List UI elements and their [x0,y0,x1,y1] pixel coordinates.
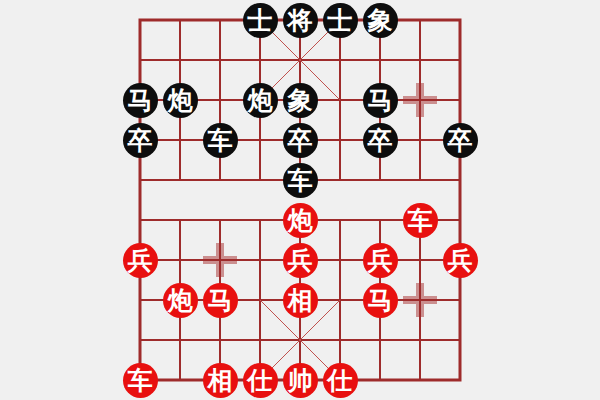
board-point-3-6[interactable] [240,240,280,280]
board-point-0-9[interactable]: 车 [120,360,160,400]
board-point-3-9[interactable]: 仕 [240,360,280,400]
piece-red-elephant[interactable]: 相 [283,283,318,318]
board-point-7-9[interactable] [400,360,440,400]
xiangqi-board: 士将士象马炮炮象马卒车卒卒卒车炮车兵兵兵兵炮马相马车相仕帅仕 [0,0,600,400]
piece-black-cannon[interactable]: 炮 [243,83,278,118]
piece-black-chariot[interactable]: 车 [203,123,238,158]
board-point-7-5[interactable]: 车 [400,200,440,240]
piece-red-cannon[interactable]: 炮 [163,283,198,318]
point-marker [200,240,240,280]
board-point-6-7[interactable]: 马 [360,280,400,320]
board-point-2-6[interactable] [200,240,240,280]
board-point-4-2[interactable]: 象 [280,80,320,120]
piece-red-soldier[interactable]: 兵 [363,243,398,278]
piece-black-elephant[interactable]: 象 [283,83,318,118]
point-marker [400,280,440,320]
piece-black-chariot[interactable]: 车 [283,163,318,198]
board-points-grid: 士将士象马炮炮象马卒车卒卒卒车炮车兵兵兵兵炮马相马车相仕帅仕 [120,0,480,400]
board-point-3-4[interactable] [240,160,280,200]
piece-red-advisor[interactable]: 仕 [323,363,358,398]
board-point-7-8[interactable] [400,320,440,360]
board-point-1-7[interactable]: 炮 [160,280,200,320]
board-point-0-3[interactable]: 卒 [120,120,160,160]
board-point-5-0[interactable]: 士 [320,0,360,40]
piece-red-general[interactable]: 帅 [283,363,318,398]
piece-red-soldier[interactable]: 兵 [123,243,158,278]
board-point-1-0[interactable] [160,0,200,40]
board-point-2-5[interactable] [200,200,240,240]
board-point-3-0[interactable]: 士 [240,0,280,40]
piece-black-horse[interactable]: 马 [363,83,398,118]
board-point-5-7[interactable] [320,280,360,320]
board-point-4-0[interactable]: 将 [280,0,320,40]
board-point-4-6[interactable]: 兵 [280,240,320,280]
piece-black-advisor[interactable]: 士 [323,3,358,38]
piece-black-advisor[interactable]: 士 [243,3,278,38]
piece-black-soldier[interactable]: 卒 [123,123,158,158]
piece-red-horse[interactable]: 马 [363,283,398,318]
board-point-8-1[interactable] [440,40,480,80]
board-point-2-0[interactable] [200,0,240,40]
piece-red-elephant[interactable]: 相 [203,363,238,398]
board-point-1-6[interactable] [160,240,200,280]
piece-red-chariot[interactable]: 车 [403,203,438,238]
board-point-0-6[interactable]: 兵 [120,240,160,280]
board-point-0-2[interactable]: 马 [120,80,160,120]
piece-red-advisor[interactable]: 仕 [243,363,278,398]
board-point-6-5[interactable] [360,200,400,240]
piece-red-soldier[interactable]: 兵 [443,243,478,278]
board-point-8-6[interactable]: 兵 [440,240,480,280]
board-point-6-3[interactable]: 卒 [360,120,400,160]
piece-black-general[interactable]: 将 [283,3,318,38]
piece-black-elephant[interactable]: 象 [363,3,398,38]
board-point-2-7[interactable]: 马 [200,280,240,320]
board-point-6-0[interactable]: 象 [360,0,400,40]
board-point-1-5[interactable] [160,200,200,240]
board-point-0-5[interactable] [120,200,160,240]
board-point-6-6[interactable]: 兵 [360,240,400,280]
board-point-7-3[interactable] [400,120,440,160]
board-point-6-9[interactable] [360,360,400,400]
board-point-4-3[interactable]: 卒 [280,120,320,160]
board-point-6-4[interactable] [360,160,400,200]
board-point-2-3[interactable]: 车 [200,120,240,160]
board-point-8-9[interactable] [440,360,480,400]
board-point-8-2[interactable] [440,80,480,120]
point-marker [400,80,440,120]
board-point-7-0[interactable] [400,0,440,40]
board-point-0-8[interactable] [120,320,160,360]
piece-black-soldier[interactable]: 卒 [283,123,318,158]
board-point-0-4[interactable] [120,160,160,200]
board-point-7-7[interactable] [400,280,440,320]
board-point-1-9[interactable] [160,360,200,400]
piece-black-horse[interactable]: 马 [123,83,158,118]
board-point-8-8[interactable] [440,320,480,360]
board-point-7-2[interactable] [400,80,440,120]
board-point-4-9[interactable]: 帅 [280,360,320,400]
board-point-3-5[interactable] [240,200,280,240]
board-point-3-3[interactable] [240,120,280,160]
board-point-5-2[interactable] [320,80,360,120]
board-point-4-7[interactable]: 相 [280,280,320,320]
piece-red-cannon[interactable]: 炮 [283,203,318,238]
piece-black-soldier[interactable]: 卒 [443,123,478,158]
piece-red-chariot[interactable]: 车 [123,363,158,398]
board-point-4-1[interactable] [280,40,320,80]
board-point-1-4[interactable] [160,160,200,200]
board-point-3-7[interactable] [240,280,280,320]
board-point-1-3[interactable] [160,120,200,160]
board-point-1-8[interactable] [160,320,200,360]
piece-red-horse[interactable]: 马 [203,283,238,318]
board-point-7-6[interactable] [400,240,440,280]
piece-black-soldier[interactable]: 卒 [363,123,398,158]
board-point-1-2[interactable]: 炮 [160,80,200,120]
piece-red-soldier[interactable]: 兵 [283,243,318,278]
board-point-0-7[interactable] [120,280,160,320]
board-point-8-0[interactable] [440,0,480,40]
board-point-6-2[interactable]: 马 [360,80,400,120]
board-point-8-7[interactable] [440,280,480,320]
board-point-0-0[interactable] [120,0,160,40]
board-point-8-5[interactable] [440,200,480,240]
board-point-5-4[interactable] [320,160,360,200]
board-point-2-2[interactable] [200,80,240,120]
board-point-3-1[interactable] [240,40,280,80]
board-point-2-8[interactable] [200,320,240,360]
board-point-5-6[interactable] [320,240,360,280]
board-point-5-9[interactable]: 仕 [320,360,360,400]
board-point-8-4[interactable] [440,160,480,200]
board-point-5-3[interactable] [320,120,360,160]
board-point-4-8[interactable] [280,320,320,360]
board-point-4-5[interactable]: 炮 [280,200,320,240]
board-point-1-1[interactable] [160,40,200,80]
board-point-8-3[interactable]: 卒 [440,120,480,160]
board-point-7-1[interactable] [400,40,440,80]
board-point-7-4[interactable] [400,160,440,200]
board-point-5-8[interactable] [320,320,360,360]
board-point-0-1[interactable] [120,40,160,80]
board-point-5-5[interactable] [320,200,360,240]
piece-black-cannon[interactable]: 炮 [163,83,198,118]
board-point-3-8[interactable] [240,320,280,360]
board-point-3-2[interactable]: 炮 [240,80,280,120]
board-point-6-8[interactable] [360,320,400,360]
board-point-4-4[interactable]: 车 [280,160,320,200]
board-point-5-1[interactable] [320,40,360,80]
board-point-6-1[interactable] [360,40,400,80]
board-point-2-4[interactable] [200,160,240,200]
board-point-2-1[interactable] [200,40,240,80]
board-point-2-9[interactable]: 相 [200,360,240,400]
